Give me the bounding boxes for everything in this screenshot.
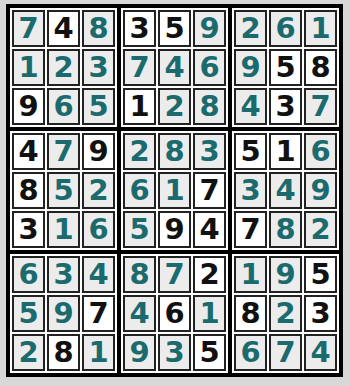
cell-r1c2[interactable]: 4 <box>47 10 80 47</box>
cell-r1c7[interactable]: 2 <box>234 10 267 47</box>
cell-r8c8[interactable]: 2 <box>269 295 302 332</box>
cell-r1c1[interactable]: 7 <box>12 10 45 47</box>
cell-r6c5[interactable]: 9 <box>158 211 191 248</box>
cell-r8c7[interactable]: 8 <box>234 295 267 332</box>
box-r2c1: 479852316 <box>8 129 119 252</box>
cell-r2c4[interactable]: 7 <box>123 49 156 86</box>
cell-r2c7[interactable]: 9 <box>234 49 267 86</box>
cell-r8c1[interactable]: 5 <box>12 295 45 332</box>
cell-r2c6[interactable]: 6 <box>193 49 226 86</box>
cell-r5c5[interactable]: 1 <box>158 172 191 209</box>
cell-r8c5[interactable]: 6 <box>158 295 191 332</box>
cell-r7c3[interactable]: 4 <box>82 256 115 293</box>
box-r3c1: 634597281 <box>8 252 119 375</box>
cell-r4c1[interactable]: 4 <box>12 133 45 170</box>
cell-r7c2[interactable]: 3 <box>47 256 80 293</box>
cell-r7c9[interactable]: 5 <box>304 256 337 293</box>
cell-r6c9[interactable]: 2 <box>304 211 337 248</box>
cell-r9c3[interactable]: 1 <box>82 334 115 371</box>
cell-r9c4[interactable]: 9 <box>123 334 156 371</box>
cell-r5c8[interactable]: 4 <box>269 172 302 209</box>
cell-r7c7[interactable]: 1 <box>234 256 267 293</box>
box-r1c2: 359746128 <box>119 6 230 129</box>
cell-r5c9[interactable]: 9 <box>304 172 337 209</box>
cell-r5c7[interactable]: 3 <box>234 172 267 209</box>
cell-r1c6[interactable]: 9 <box>193 10 226 47</box>
cell-r8c6[interactable]: 1 <box>193 295 226 332</box>
cell-r9c5[interactable]: 3 <box>158 334 191 371</box>
cell-r3c7[interactable]: 4 <box>234 88 267 125</box>
cell-r2c8[interactable]: 5 <box>269 49 302 86</box>
cell-r2c3[interactable]: 3 <box>82 49 115 86</box>
cell-r6c1[interactable]: 3 <box>12 211 45 248</box>
box-r2c2: 283617594 <box>119 129 230 252</box>
cell-r1c9[interactable]: 1 <box>304 10 337 47</box>
cell-r1c3[interactable]: 8 <box>82 10 115 47</box>
cell-r3c1[interactable]: 9 <box>12 88 45 125</box>
cell-r1c8[interactable]: 6 <box>269 10 302 47</box>
box-r3c2: 872461935 <box>119 252 230 375</box>
cell-r9c7[interactable]: 6 <box>234 334 267 371</box>
cell-r4c6[interactable]: 3 <box>193 133 226 170</box>
cell-r3c9[interactable]: 7 <box>304 88 337 125</box>
cell-r1c4[interactable]: 3 <box>123 10 156 47</box>
cell-r2c5[interactable]: 4 <box>158 49 191 86</box>
cell-r6c7[interactable]: 7 <box>234 211 267 248</box>
cell-r4c3[interactable]: 9 <box>82 133 115 170</box>
cell-r6c3[interactable]: 6 <box>82 211 115 248</box>
cell-r5c3[interactable]: 2 <box>82 172 115 209</box>
cell-r6c6[interactable]: 4 <box>193 211 226 248</box>
cell-r6c8[interactable]: 8 <box>269 211 302 248</box>
cell-r3c5[interactable]: 2 <box>158 88 191 125</box>
cell-r7c5[interactable]: 7 <box>158 256 191 293</box>
cell-r8c9[interactable]: 3 <box>304 295 337 332</box>
box-r3c3: 195823674 <box>230 252 341 375</box>
cell-r4c8[interactable]: 1 <box>269 133 302 170</box>
cell-r7c8[interactable]: 9 <box>269 256 302 293</box>
cell-r7c6[interactable]: 2 <box>193 256 226 293</box>
cell-r5c6[interactable]: 7 <box>193 172 226 209</box>
cell-r3c2[interactable]: 6 <box>47 88 80 125</box>
cell-r5c2[interactable]: 5 <box>47 172 80 209</box>
cell-r2c1[interactable]: 1 <box>12 49 45 86</box>
cell-r5c1[interactable]: 8 <box>12 172 45 209</box>
cell-r2c9[interactable]: 8 <box>304 49 337 86</box>
cell-r7c1[interactable]: 6 <box>12 256 45 293</box>
cell-r9c9[interactable]: 4 <box>304 334 337 371</box>
cell-r4c5[interactable]: 8 <box>158 133 191 170</box>
cell-r8c3[interactable]: 7 <box>82 295 115 332</box>
cell-r4c4[interactable]: 2 <box>123 133 156 170</box>
cell-r3c6[interactable]: 8 <box>193 88 226 125</box>
box-r1c1: 748123965 <box>8 6 119 129</box>
cell-r9c6[interactable]: 5 <box>193 334 226 371</box>
cell-r1c5[interactable]: 5 <box>158 10 191 47</box>
cell-r9c8[interactable]: 7 <box>269 334 302 371</box>
cell-r8c4[interactable]: 4 <box>123 295 156 332</box>
box-r1c3: 261958437 <box>230 6 341 129</box>
cell-r5c4[interactable]: 6 <box>123 172 156 209</box>
cell-r4c9[interactable]: 6 <box>304 133 337 170</box>
sudoku-board: 7481239653597461282619584374798523162836… <box>6 4 343 377</box>
cell-r7c4[interactable]: 8 <box>123 256 156 293</box>
cell-r6c2[interactable]: 1 <box>47 211 80 248</box>
cell-r3c3[interactable]: 5 <box>82 88 115 125</box>
cell-r4c7[interactable]: 5 <box>234 133 267 170</box>
cell-r2c2[interactable]: 2 <box>47 49 80 86</box>
cell-r9c1[interactable]: 2 <box>12 334 45 371</box>
cell-r4c2[interactable]: 7 <box>47 133 80 170</box>
cell-r8c2[interactable]: 9 <box>47 295 80 332</box>
box-r2c3: 516349782 <box>230 129 341 252</box>
cell-r6c4[interactable]: 5 <box>123 211 156 248</box>
cell-r3c8[interactable]: 3 <box>269 88 302 125</box>
cell-r9c2[interactable]: 8 <box>47 334 80 371</box>
cell-r3c4[interactable]: 1 <box>123 88 156 125</box>
